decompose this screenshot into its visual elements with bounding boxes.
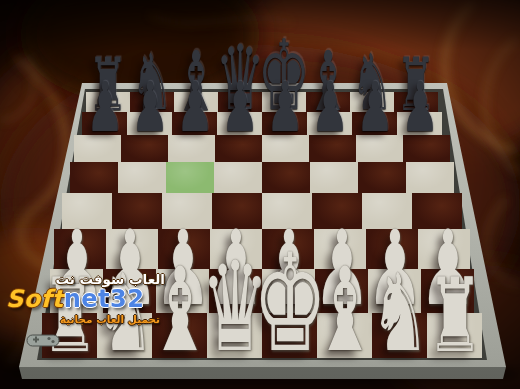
piece-black-pawn[interactable]: ♟ — [85, 73, 123, 142]
square-g7[interactable]: ♟ — [352, 112, 397, 135]
piece-black-pawn[interactable]: ♟ — [310, 73, 348, 142]
watermark-logo: العاب سوفت نت Softnet32 تحميل العاب مجان… — [2, 271, 170, 325]
gamepad-icon — [26, 332, 60, 349]
piece-black-pawn[interactable]: ♟ — [220, 73, 258, 142]
piece-black-pawn[interactable]: ♟ — [175, 73, 213, 142]
watermark-arabic-bottom: تحميل العاب مجانية — [2, 313, 170, 325]
square-f1[interactable]: ♝ — [317, 313, 372, 358]
chess-3d-scene: ♜♞♝♛♚♝♞♜♟♟♟♟♟♟♟♟♟♟♟♟♟♟♟♟♜♞♝♛♚♝♞♜ العاب س… — [0, 0, 520, 389]
square-d7[interactable]: ♟ — [217, 112, 262, 135]
square-d5[interactable] — [214, 162, 262, 193]
square-e1[interactable]: ♚ — [262, 313, 317, 358]
piece-black-pawn[interactable]: ♟ — [400, 73, 438, 142]
square-e7[interactable]: ♟ — [262, 112, 307, 135]
square-h7[interactable]: ♟ — [397, 112, 442, 135]
square-f5[interactable] — [310, 162, 358, 193]
square-a5[interactable] — [70, 162, 118, 193]
square-c5[interactable] — [166, 162, 214, 193]
piece-black-pawn[interactable]: ♟ — [130, 73, 168, 142]
piece-black-pawn[interactable]: ♟ — [265, 73, 303, 142]
square-g5[interactable] — [358, 162, 406, 193]
square-b7[interactable]: ♟ — [127, 112, 172, 135]
square-h1[interactable]: ♜ — [427, 313, 482, 358]
piece-black-pawn[interactable]: ♟ — [355, 73, 393, 142]
watermark-brand-net: net32 — [64, 285, 145, 313]
square-b5[interactable] — [118, 162, 166, 193]
piece-white-bishop[interactable]: ♝ — [312, 252, 376, 368]
square-h5[interactable] — [406, 162, 454, 193]
piece-white-rook[interactable]: ♜ — [426, 264, 482, 366]
piece-white-knight[interactable]: ♞ — [370, 259, 429, 367]
square-c7[interactable]: ♟ — [172, 112, 217, 135]
rank-row-5 — [70, 162, 454, 193]
square-a7[interactable]: ♟ — [82, 112, 127, 135]
square-g1[interactable]: ♞ — [372, 313, 427, 358]
square-e5[interactable] — [262, 162, 310, 193]
square-f7[interactable]: ♟ — [307, 112, 352, 135]
watermark-brand-soft: Soft — [6, 285, 64, 313]
watermark-brand: Softnet32 — [2, 287, 170, 312]
